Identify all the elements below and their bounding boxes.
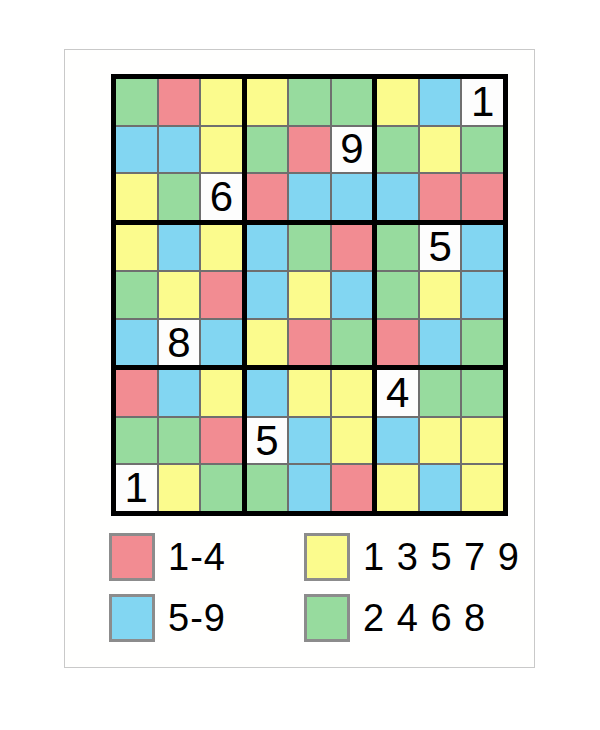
cell-r3c9[interactable] xyxy=(462,174,503,220)
cell-r7c7[interactable]: 4 xyxy=(377,370,418,416)
cell-r7c9[interactable] xyxy=(462,370,503,416)
cell-r9c3[interactable] xyxy=(201,465,242,511)
cell-r2c6[interactable]: 9 xyxy=(332,127,373,173)
cell-r5c5[interactable] xyxy=(289,272,330,318)
cell-r1c3[interactable] xyxy=(201,79,242,125)
cell-r9c2[interactable] xyxy=(159,465,200,511)
cell-r3c5[interactable] xyxy=(289,174,330,220)
block-r1c1: 6 xyxy=(116,79,242,220)
cell-r1c5[interactable] xyxy=(289,79,330,125)
cell-r3c8[interactable] xyxy=(420,174,461,220)
cell-r4c8[interactable]: 5 xyxy=(420,225,461,271)
legend-item-yellow: 1 3 5 7 9 xyxy=(304,533,520,581)
cell-r8c6[interactable] xyxy=(332,418,373,464)
legend-item-blue: 5-9 xyxy=(109,594,226,642)
cell-r3c3[interactable]: 6 xyxy=(201,174,242,220)
cell-r6c1[interactable] xyxy=(116,320,157,366)
cell-r1c4[interactable] xyxy=(247,79,288,125)
cell-r3c4[interactable] xyxy=(247,174,288,220)
block-r2c2 xyxy=(247,225,373,366)
legend-item-red: 1-4 xyxy=(109,533,226,581)
cell-r5c3[interactable] xyxy=(201,272,242,318)
cell-r2c5[interactable] xyxy=(289,127,330,173)
cell-r2c4[interactable] xyxy=(247,127,288,173)
cell-r1c1[interactable] xyxy=(116,79,157,125)
legend-swatch-yellow xyxy=(304,533,350,581)
legend-label-yellow: 1 3 5 7 9 xyxy=(363,536,520,579)
block-r2c3: 5 xyxy=(377,225,503,366)
legend-swatch-red xyxy=(109,533,155,581)
cell-r7c3[interactable] xyxy=(201,370,242,416)
legend-item-green: 2 4 6 8 xyxy=(304,594,486,642)
cell-r2c1[interactable] xyxy=(116,127,157,173)
cell-r9c9[interactable] xyxy=(462,465,503,511)
cell-r1c7[interactable] xyxy=(377,79,418,125)
cell-r3c1[interactable] xyxy=(116,174,157,220)
cell-r7c1[interactable] xyxy=(116,370,157,416)
cell-r1c6[interactable] xyxy=(332,79,373,125)
block-r1c2: 9 xyxy=(247,79,373,220)
cell-r1c2[interactable] xyxy=(159,79,200,125)
cell-r6c4[interactable] xyxy=(247,320,288,366)
cell-r5c2[interactable] xyxy=(159,272,200,318)
cell-r6c9[interactable] xyxy=(462,320,503,366)
cell-r4c5[interactable] xyxy=(289,225,330,271)
cell-r2c2[interactable] xyxy=(159,127,200,173)
cell-r4c6[interactable] xyxy=(332,225,373,271)
cell-r7c4[interactable] xyxy=(247,370,288,416)
cell-r7c8[interactable] xyxy=(420,370,461,416)
legend-swatch-green xyxy=(304,594,350,642)
cell-r5c9[interactable] xyxy=(462,272,503,318)
block-r1c3: 1 xyxy=(377,79,503,220)
cell-r8c1[interactable] xyxy=(116,418,157,464)
cell-r2c9[interactable] xyxy=(462,127,503,173)
cell-r3c6[interactable] xyxy=(332,174,373,220)
legend-label-red: 1-4 xyxy=(168,536,226,579)
cell-r6c5[interactable] xyxy=(289,320,330,366)
sudoku-board: 69185154 xyxy=(111,74,508,516)
cell-r8c5[interactable] xyxy=(289,418,330,464)
cell-r6c8[interactable] xyxy=(420,320,461,366)
block-r2c1: 8 xyxy=(116,225,242,366)
cell-r4c2[interactable] xyxy=(159,225,200,271)
cell-r7c2[interactable] xyxy=(159,370,200,416)
cell-r6c7[interactable] xyxy=(377,320,418,366)
cell-r9c5[interactable] xyxy=(289,465,330,511)
cell-r1c8[interactable] xyxy=(420,79,461,125)
cell-r4c9[interactable] xyxy=(462,225,503,271)
cell-r6c3[interactable] xyxy=(201,320,242,366)
cell-r8c8[interactable] xyxy=(420,418,461,464)
cell-r5c8[interactable] xyxy=(420,272,461,318)
cell-r3c7[interactable] xyxy=(377,174,418,220)
cell-r9c1[interactable]: 1 xyxy=(116,465,157,511)
block-r3c3: 4 xyxy=(377,370,503,511)
cell-r5c7[interactable] xyxy=(377,272,418,318)
cell-r4c1[interactable] xyxy=(116,225,157,271)
cell-r7c5[interactable] xyxy=(289,370,330,416)
legend-swatch-blue xyxy=(109,594,155,642)
cell-r8c4[interactable]: 5 xyxy=(247,418,288,464)
puzzle-card: 69185154 1-4 5-9 1 3 5 7 9 2 4 6 8 xyxy=(64,49,535,668)
cell-r9c6[interactable] xyxy=(332,465,373,511)
cell-r5c4[interactable] xyxy=(247,272,288,318)
cell-r7c6[interactable] xyxy=(332,370,373,416)
cell-r9c8[interactable] xyxy=(420,465,461,511)
cell-r1c9[interactable]: 1 xyxy=(462,79,503,125)
legend-label-blue: 5-9 xyxy=(168,597,226,640)
cell-r8c2[interactable] xyxy=(159,418,200,464)
cell-r2c8[interactable] xyxy=(420,127,461,173)
cell-r9c4[interactable] xyxy=(247,465,288,511)
cell-r8c3[interactable] xyxy=(201,418,242,464)
block-r3c2: 5 xyxy=(247,370,373,511)
cell-r8c7[interactable] xyxy=(377,418,418,464)
cell-r8c9[interactable] xyxy=(462,418,503,464)
cell-r6c6[interactable] xyxy=(332,320,373,366)
cell-r5c6[interactable] xyxy=(332,272,373,318)
cell-r4c4[interactable] xyxy=(247,225,288,271)
block-r3c1: 1 xyxy=(116,370,242,511)
cell-r2c7[interactable] xyxy=(377,127,418,173)
cell-r6c2[interactable]: 8 xyxy=(159,320,200,366)
cell-r2c3[interactable] xyxy=(201,127,242,173)
cell-r4c3[interactable] xyxy=(201,225,242,271)
cell-r9c7[interactable] xyxy=(377,465,418,511)
cell-r3c2[interactable] xyxy=(159,174,200,220)
legend-label-green: 2 4 6 8 xyxy=(363,597,486,640)
cell-r5c1[interactable] xyxy=(116,272,157,318)
cell-r4c7[interactable] xyxy=(377,225,418,271)
